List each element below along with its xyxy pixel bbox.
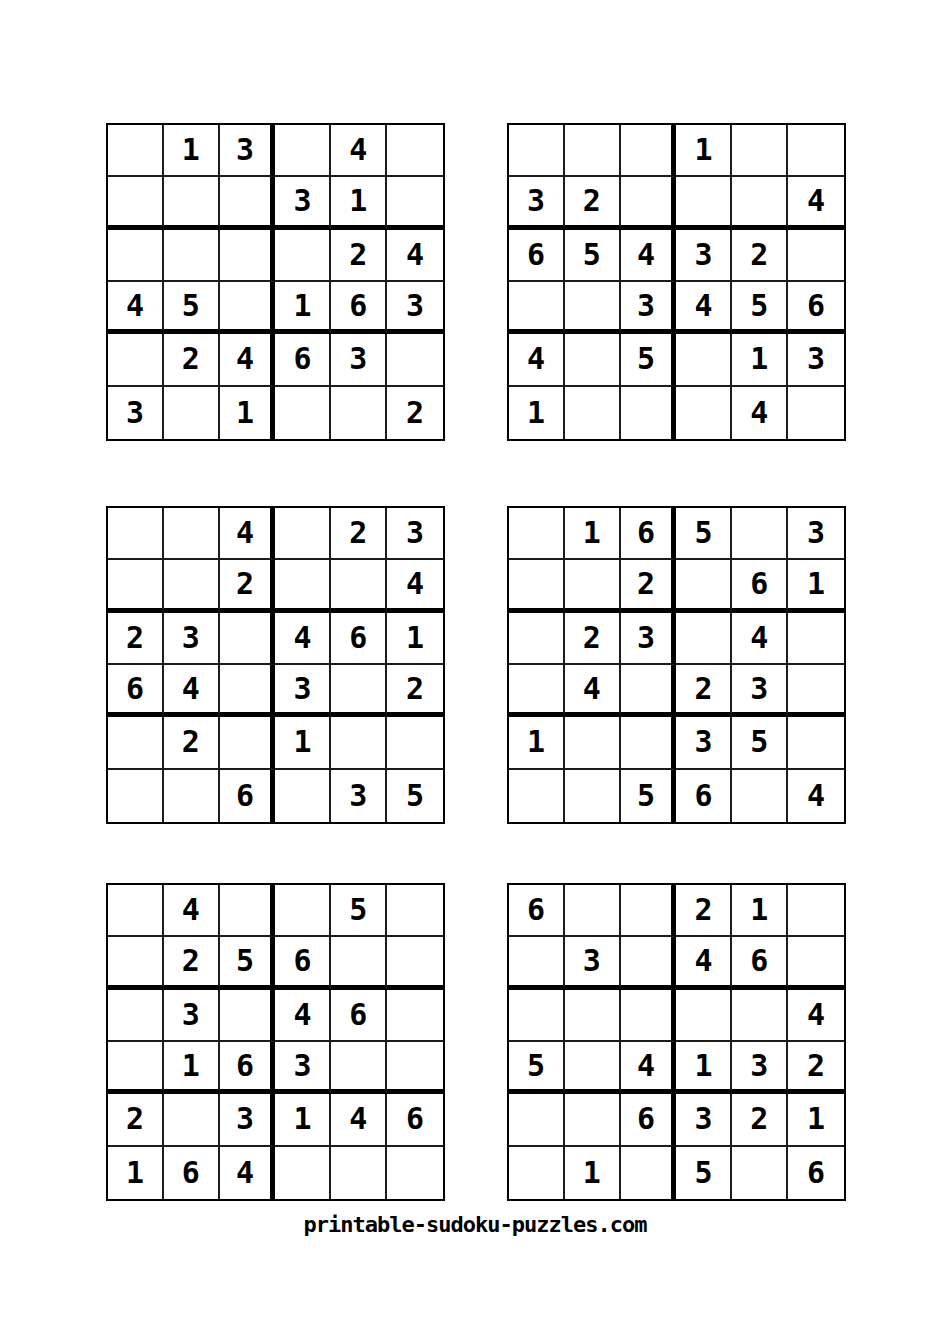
sudoku-cell-empty[interactable] [788,665,844,717]
sudoku-cell-given: 4 [275,613,331,665]
sudoku-cell-empty[interactable] [676,613,732,665]
sudoku-cell-given: 2 [732,230,788,282]
sudoku-cell-empty[interactable] [164,560,220,612]
sudoku-cell-empty[interactable] [509,125,565,177]
sudoku-cell-given: 6 [108,665,164,717]
sudoku-cell-given: 6 [331,282,387,334]
sudoku-cell-empty[interactable] [732,177,788,229]
sudoku-cell-given: 4 [621,1042,677,1094]
sudoku-cell-given: 6 [621,508,677,560]
sudoku-cell-given: 3 [275,177,331,229]
sudoku-cell-empty[interactable] [387,717,443,769]
sudoku-cell-empty[interactable] [108,560,164,612]
sudoku-cell-empty[interactable] [509,1147,565,1199]
sudoku-cell-given: 2 [164,334,220,386]
sudoku-cell-empty[interactable] [387,125,443,177]
sudoku-cell-empty[interactable] [565,1094,621,1146]
sudoku-cell-empty[interactable] [331,665,387,717]
sudoku-cell-given: 2 [565,613,621,665]
sudoku-cell-empty[interactable] [509,613,565,665]
sudoku-cell-given: 3 [387,508,443,560]
sudoku-cell-empty[interactable] [621,990,677,1042]
sudoku-cell-given: 4 [732,613,788,665]
sudoku-cell-given: 1 [509,387,565,439]
sudoku-cell-given: 4 [220,1147,276,1199]
sudoku-cell-empty[interactable] [331,717,387,769]
sudoku-cell-given: 3 [164,613,220,665]
sudoku-cell-empty[interactable] [565,125,621,177]
sudoku-cell-given: 3 [220,1094,276,1146]
sudoku-cell-empty[interactable] [220,885,276,937]
sudoku-cell-given: 6 [275,334,331,386]
sudoku-cell-given: 5 [621,334,677,386]
sudoku-cell-given: 4 [621,230,677,282]
sudoku-cell-empty[interactable] [164,387,220,439]
sudoku-cell-given: 1 [732,334,788,386]
sudoku-cell-empty[interactable] [387,1042,443,1094]
sudoku-cell-given: 2 [164,937,220,989]
sudoku-cell-empty[interactable] [220,665,276,717]
sudoku-cell-given: 3 [275,1042,331,1094]
sudoku-cell-given: 4 [676,937,732,989]
sudoku-cell-given: 4 [565,665,621,717]
sudoku-cell-given: 4 [788,990,844,1042]
sudoku-cell-empty[interactable] [331,387,387,439]
sudoku-cell-empty[interactable] [565,282,621,334]
sudoku-cell-empty[interactable] [220,613,276,665]
sudoku-cell-empty[interactable] [220,990,276,1042]
sudoku-cell-given: 5 [732,282,788,334]
sudoku-cell-given: 1 [565,508,621,560]
sudoku-cell-given: 1 [164,125,220,177]
sudoku-cell-empty[interactable] [387,885,443,937]
sudoku-cell-given: 4 [387,560,443,612]
sudoku-cell-given: 1 [275,282,331,334]
sudoku-cell-empty[interactable] [509,282,565,334]
sudoku-cell-given: 1 [565,1147,621,1199]
sudoku-cell-given: 5 [509,1042,565,1094]
sudoku-cell-empty[interactable] [164,230,220,282]
sudoku-cell-given: 4 [164,885,220,937]
sudoku-cell-empty[interactable] [621,665,677,717]
sudoku-cell-empty[interactable] [108,125,164,177]
sudoku-cell-empty[interactable] [164,1094,220,1146]
sudoku-cell-given: 4 [788,177,844,229]
sudoku-cell-given: 2 [164,717,220,769]
sudoku-cell-given: 3 [275,665,331,717]
sudoku-cell-empty[interactable] [220,282,276,334]
sudoku-cell-given: 2 [108,1094,164,1146]
sudoku-cell-given: 6 [509,230,565,282]
sudoku-cell-given: 4 [732,387,788,439]
sudoku-cell-given: 4 [676,282,732,334]
sudoku-cell-given: 2 [387,665,443,717]
sudoku-cell-given: 2 [331,508,387,560]
sudoku-grid-2: 1324654323456451314 [507,123,846,441]
sudoku-cell-empty[interactable] [331,560,387,612]
sudoku-cell-empty[interactable] [275,230,331,282]
sudoku-cell-given: 3 [331,334,387,386]
sudoku-cell-empty[interactable] [509,937,565,989]
sudoku-cell-given: 3 [732,1042,788,1094]
sudoku-cell-empty[interactable] [275,1147,331,1199]
sudoku-grid-5: 4525634616323146164 [106,883,445,1201]
sudoku-cell-given: 2 [676,885,732,937]
sudoku-cell-given: 5 [164,282,220,334]
sudoku-cell-given: 3 [565,937,621,989]
sudoku-cell-given: 3 [621,613,677,665]
sudoku-grid-1: 1343124451632463312 [106,123,445,441]
sudoku-cell-empty[interactable] [788,885,844,937]
sudoku-cell-empty[interactable] [387,937,443,989]
sudoku-cell-given: 1 [676,1042,732,1094]
sudoku-cell-empty[interactable] [509,560,565,612]
sudoku-cell-given: 1 [732,885,788,937]
sudoku-cell-given: 2 [220,560,276,612]
sudoku-cell-empty[interactable] [565,560,621,612]
sudoku-cell-given: 3 [220,125,276,177]
sudoku-cell-given: 6 [788,1147,844,1199]
sudoku-cell-given: 6 [220,770,276,822]
sudoku-cell-given: 3 [676,230,732,282]
sudoku-cell-given: 5 [732,717,788,769]
sudoku-cell-empty[interactable] [788,613,844,665]
sudoku-cell-given: 5 [676,508,732,560]
sudoku-cell-given: 3 [621,282,677,334]
sudoku-cell-given: 2 [565,177,621,229]
sudoku-cell-empty[interactable] [108,230,164,282]
sudoku-cell-given: 5 [676,1147,732,1199]
sudoku-cell-empty[interactable] [676,177,732,229]
sudoku-cell-given: 3 [788,508,844,560]
sudoku-cell-given: 1 [788,1094,844,1146]
sudoku-cell-given: 1 [387,613,443,665]
sudoku-cell-empty[interactable] [676,334,732,386]
sudoku-cell-given: 1 [275,1094,331,1146]
sudoku-cell-empty[interactable] [387,1147,443,1199]
sudoku-cell-empty[interactable] [108,177,164,229]
sudoku-cell-given: 3 [509,177,565,229]
sudoku-cell-empty[interactable] [387,177,443,229]
sudoku-cell-given: 6 [164,1147,220,1199]
sudoku-cell-given: 3 [676,1094,732,1146]
sudoku-cell-given: 2 [732,1094,788,1146]
sudoku-grid-3: 4232423461643221635 [106,506,445,824]
sudoku-cell-empty[interactable] [788,937,844,989]
sudoku-cell-empty[interactable] [565,717,621,769]
sudoku-cell-given: 1 [676,125,732,177]
sudoku-cell-given: 1 [331,177,387,229]
sudoku-cell-empty[interactable] [676,560,732,612]
sudoku-cell-empty[interactable] [732,1147,788,1199]
sudoku-cell-empty[interactable] [788,230,844,282]
sudoku-cell-given: 3 [164,990,220,1042]
sudoku-cell-given: 5 [565,230,621,282]
sudoku-grid-4: 1653261234423135564 [507,506,846,824]
sudoku-cell-given: 1 [275,717,331,769]
sudoku-cell-given: 4 [275,990,331,1042]
sudoku-cell-empty[interactable] [108,334,164,386]
sudoku-cell-empty[interactable] [331,1042,387,1094]
sudoku-cell-empty[interactable] [788,717,844,769]
sudoku-cell-given: 4 [164,665,220,717]
sudoku-cell-given: 5 [331,885,387,937]
sudoku-cell-empty[interactable] [788,125,844,177]
sudoku-cell-empty[interactable] [331,937,387,989]
sudoku-cell-empty[interactable] [108,1042,164,1094]
sudoku-cell-given: 5 [621,770,677,822]
sudoku-cell-empty[interactable] [108,508,164,560]
sudoku-cell-empty[interactable] [621,177,677,229]
sudoku-cell-empty[interactable] [108,717,164,769]
sudoku-cell-empty[interactable] [565,1042,621,1094]
sudoku-cell-empty[interactable] [331,1147,387,1199]
sudoku-cell-empty[interactable] [621,937,677,989]
sudoku-cell-given: 2 [676,665,732,717]
sudoku-cell-empty[interactable] [220,177,276,229]
sudoku-cell-empty[interactable] [621,1147,677,1199]
sudoku-cell-given: 3 [788,334,844,386]
site-credit-text: printable-sudoku-puzzles.com [0,1212,950,1237]
sudoku-cell-given: 3 [732,665,788,717]
sudoku-cell-empty[interactable] [621,717,677,769]
sudoku-cell-given: 6 [509,885,565,937]
sudoku-cell-given: 4 [331,125,387,177]
sudoku-cell-given: 6 [732,937,788,989]
sudoku-cell-empty[interactable] [509,1094,565,1146]
sudoku-cell-empty[interactable] [220,717,276,769]
sudoku-cell-empty[interactable] [565,770,621,822]
sudoku-grid-6: 6213464541326321156 [507,883,846,1201]
sudoku-cell-given: 4 [509,334,565,386]
sudoku-cell-given: 2 [621,560,677,612]
sudoku-cell-empty[interactable] [275,125,331,177]
sudoku-cell-empty[interactable] [164,770,220,822]
sudoku-cell-empty[interactable] [220,230,276,282]
sudoku-cell-empty[interactable] [509,770,565,822]
sudoku-cell-given: 1 [220,387,276,439]
sudoku-cell-given: 3 [676,717,732,769]
sudoku-cell-given: 6 [732,560,788,612]
sudoku-cell-given: 3 [331,770,387,822]
sudoku-cell-given: 6 [387,1094,443,1146]
sudoku-cell-given: 4 [788,770,844,822]
sudoku-cell-given: 2 [331,230,387,282]
sudoku-cell-given: 1 [108,1147,164,1199]
sudoku-cell-empty[interactable] [164,177,220,229]
sudoku-cell-given: 4 [220,508,276,560]
sudoku-cell-empty[interactable] [676,990,732,1042]
sudoku-cell-empty[interactable] [387,334,443,386]
sudoku-cell-given: 1 [788,560,844,612]
sudoku-cell-given: 6 [220,1042,276,1094]
sudoku-cell-given: 4 [387,230,443,282]
sudoku-cell-given: 3 [108,387,164,439]
sudoku-cell-empty[interactable] [275,560,331,612]
sudoku-cell-given: 1 [509,717,565,769]
sudoku-cell-empty[interactable] [509,665,565,717]
sudoku-cell-given: 1 [164,1042,220,1094]
sudoku-cell-empty[interactable] [621,885,677,937]
sudoku-worksheet-page: { "game": "sudoku", "variant": "6x6", "g… [0,0,950,1344]
sudoku-cell-empty[interactable] [387,990,443,1042]
sudoku-cell-empty[interactable] [565,387,621,439]
sudoku-cell-empty[interactable] [621,125,677,177]
sudoku-cell-empty[interactable] [621,387,677,439]
sudoku-cell-empty[interactable] [275,885,331,937]
sudoku-cell-given: 5 [220,937,276,989]
sudoku-cell-given: 6 [621,1094,677,1146]
sudoku-cell-given: 6 [676,770,732,822]
sudoku-cell-given: 3 [387,282,443,334]
sudoku-cell-empty[interactable] [565,885,621,937]
sudoku-cell-empty[interactable] [164,508,220,560]
sudoku-cell-empty[interactable] [275,770,331,822]
sudoku-cell-given: 4 [220,334,276,386]
sudoku-cell-empty[interactable] [732,770,788,822]
sudoku-cell-empty[interactable] [732,508,788,560]
sudoku-cell-given: 2 [108,613,164,665]
sudoku-cell-given: 6 [331,613,387,665]
sudoku-cell-empty[interactable] [732,125,788,177]
sudoku-cell-empty[interactable] [108,885,164,937]
sudoku-cell-given: 6 [275,937,331,989]
sudoku-cell-given: 4 [331,1094,387,1146]
sudoku-cell-empty[interactable] [275,508,331,560]
sudoku-cell-empty[interactable] [108,770,164,822]
sudoku-cell-empty[interactable] [509,990,565,1042]
sudoku-cell-given: 6 [331,990,387,1042]
sudoku-cell-empty[interactable] [509,508,565,560]
sudoku-cell-empty[interactable] [275,387,331,439]
sudoku-cell-empty[interactable] [788,387,844,439]
sudoku-cell-empty[interactable] [108,990,164,1042]
sudoku-cell-given: 2 [387,387,443,439]
sudoku-cell-empty[interactable] [565,990,621,1042]
sudoku-cell-given: 2 [788,1042,844,1094]
sudoku-cell-given: 4 [108,282,164,334]
sudoku-cell-empty[interactable] [676,387,732,439]
sudoku-cell-empty[interactable] [108,937,164,989]
sudoku-cell-empty[interactable] [732,990,788,1042]
sudoku-cell-empty[interactable] [565,334,621,386]
sudoku-cell-given: 5 [387,770,443,822]
sudoku-cell-given: 6 [788,282,844,334]
